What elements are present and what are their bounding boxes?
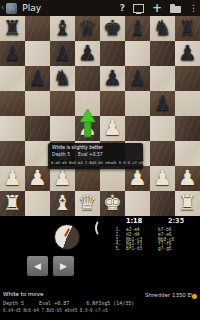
- square-c2[interactable]: ♟: [50, 166, 75, 191]
- black-queen: ♛: [75, 16, 100, 41]
- help-icon[interactable]: ?: [120, 3, 125, 13]
- analysis-popup[interactable]: White is slightly better Depth 5Eval +0.…: [48, 143, 143, 169]
- shredder-app-screen: ‹ ♘ Play ? + ⋮ ♜♝♛♚♝♞♜♟♟♟♟♟♞♟♟♟♟♟♞♝♞♟♟♟♟…: [0, 0, 200, 320]
- engine-depth: Depth 5: [3, 300, 24, 306]
- popup-pv: 6.d4-d5 Nc6-b4 7.Bd3-b5 e6xd5 8.0-0 c7-c…: [51, 160, 144, 165]
- square-b6[interactable]: ♟: [25, 66, 50, 91]
- white-pawn: ♟: [50, 166, 75, 191]
- popup-depth-eval: Depth 5Eval +0.57: [52, 152, 103, 157]
- square-b8[interactable]: [25, 16, 50, 41]
- white-pawn: ♟: [100, 116, 125, 141]
- square-g3[interactable]: [150, 141, 175, 166]
- action-bar: ‹ ♘ Play ? + ⋮: [0, 0, 200, 16]
- square-a7[interactable]: ♟: [0, 41, 25, 66]
- white-pawn: ♟: [150, 166, 175, 191]
- white-pawn: ♟: [0, 166, 25, 191]
- up-caret-icon[interactable]: ‹: [1, 0, 4, 16]
- square-g6[interactable]: [150, 66, 175, 91]
- black-pawn: ♟: [175, 41, 200, 66]
- white-clock: 1:18: [126, 217, 142, 225]
- black-pawn: ♟: [50, 41, 75, 66]
- black-pawn: ♟: [125, 66, 150, 91]
- next-move-button[interactable]: ▶: [53, 256, 74, 276]
- black-pawn: ♟: [150, 91, 175, 116]
- square-h6[interactable]: [175, 66, 200, 91]
- white-pawn: ♟: [75, 116, 100, 141]
- side-to-move-label: White to move: [3, 291, 43, 298]
- black-pawn: ♟: [25, 66, 50, 91]
- move-list: 1.e2-e4b7-b62.d2-d4e7-e63.Nb1-c3Nb8-c64.…: [106, 227, 187, 250]
- square-b7[interactable]: [25, 41, 50, 66]
- square-h8[interactable]: ♜: [175, 16, 200, 41]
- square-g1[interactable]: [150, 191, 175, 216]
- square-a4[interactable]: [0, 116, 25, 141]
- black-bishop: ♝: [125, 16, 150, 41]
- add-icon[interactable]: +: [152, 1, 162, 15]
- move-no: 5.: [106, 246, 121, 251]
- move-white: Bf1-d3: [126, 246, 158, 251]
- square-d6[interactable]: [75, 66, 100, 91]
- square-e7[interactable]: [100, 41, 125, 66]
- overflow-menu-icon[interactable]: ⋮: [189, 3, 198, 13]
- popup-assessment: White is slightly better: [52, 145, 103, 150]
- square-h3[interactable]: [175, 141, 200, 166]
- square-a2[interactable]: ♟: [0, 166, 25, 191]
- square-e5[interactable]: [100, 91, 125, 116]
- page-title: Play: [22, 3, 41, 13]
- square-f7[interactable]: [125, 41, 150, 66]
- popup-depth: Depth 5: [52, 152, 70, 157]
- white-queen: ♛: [75, 191, 100, 216]
- monitor-icon[interactable]: [133, 4, 144, 13]
- black-pawn: ♟: [75, 41, 100, 66]
- square-a6[interactable]: [0, 66, 25, 91]
- square-e1[interactable]: ♚: [100, 191, 125, 216]
- black-pawn: ♟: [100, 66, 125, 91]
- black-knight: ♞: [150, 16, 175, 41]
- black-king: ♚: [100, 16, 125, 41]
- white-pawn: ♟: [25, 166, 50, 191]
- square-g7[interactable]: [150, 41, 175, 66]
- engine-name-label: Shredder 1350 Elo: [145, 292, 196, 299]
- black-clock: 2:35: [168, 217, 184, 225]
- engine-eval: Eval +0.87: [39, 300, 69, 306]
- engine-status-dot: [192, 294, 197, 299]
- action-bar-icons: ? + ⋮: [120, 0, 198, 16]
- black-rook: ♜: [0, 16, 25, 41]
- square-b1[interactable]: [25, 191, 50, 216]
- square-c5[interactable]: [50, 91, 75, 116]
- square-h2[interactable]: ♟: [175, 166, 200, 191]
- square-d8[interactable]: ♛: [75, 16, 100, 41]
- square-c8[interactable]: ♝: [50, 16, 75, 41]
- square-f5[interactable]: [125, 91, 150, 116]
- square-c6[interactable]: ♞: [50, 66, 75, 91]
- square-h7[interactable]: ♟: [175, 41, 200, 66]
- square-g5[interactable]: ♟: [150, 91, 175, 116]
- engine-pv-line: 6.d4-d5 Nc6-b4 7.Bd3-b5 e6xd5 8.0-0 c7-c…: [3, 308, 108, 313]
- square-f2[interactable]: ♟: [125, 166, 150, 191]
- square-f4[interactable]: [125, 116, 150, 141]
- square-b5[interactable]: [25, 91, 50, 116]
- square-d2[interactable]: [75, 166, 100, 191]
- white-king: ♚: [100, 191, 125, 216]
- square-f8[interactable]: ♝: [125, 16, 150, 41]
- square-b4[interactable]: [25, 116, 50, 141]
- square-e2[interactable]: [100, 166, 125, 191]
- white-pawn: ♟: [125, 166, 150, 191]
- square-g8[interactable]: ♞: [150, 16, 175, 41]
- square-e6[interactable]: ♟: [100, 66, 125, 91]
- square-e4[interactable]: ♟: [100, 116, 125, 141]
- chess-board: ♜♝♛♚♝♞♜♟♟♟♟♟♞♟♟♟♟♟♞♝♞♟♟♟♟♟♟♜♝♛♚♜: [0, 16, 200, 216]
- square-a8[interactable]: ♜: [0, 16, 25, 41]
- square-a3[interactable]: [0, 141, 25, 166]
- engine-current-move: 6.Nf3xg5 (14/35): [86, 300, 134, 306]
- analog-clock-icon: [54, 224, 80, 250]
- square-h4[interactable]: [175, 116, 200, 141]
- white-rook: ♜: [0, 191, 25, 216]
- square-d5[interactable]: [75, 91, 100, 116]
- square-f6[interactable]: ♟: [125, 66, 150, 91]
- square-a1[interactable]: ♜: [0, 191, 25, 216]
- move-row[interactable]: 5.Bf1-d3g7-g5: [106, 246, 187, 251]
- black-pawn: ♟: [0, 41, 25, 66]
- square-d7[interactable]: ♟: [75, 41, 100, 66]
- white-pawn: ♟: [175, 166, 200, 191]
- popup-eval: Eval +0.57: [78, 152, 103, 157]
- square-b2[interactable]: ♟: [25, 166, 50, 191]
- previous-move-button[interactable]: ◀: [27, 256, 48, 276]
- square-g4[interactable]: [150, 116, 175, 141]
- clock-hand: [64, 228, 70, 237]
- engine-search-line: Depth 5Eval +0.876.Nf3xg5 (14/35): [3, 300, 134, 306]
- black-bishop: ♝: [50, 16, 75, 41]
- square-f1[interactable]: [125, 191, 150, 216]
- square-c1[interactable]: ♝: [50, 191, 75, 216]
- folder-icon[interactable]: [170, 6, 181, 13]
- square-h1[interactable]: ♜: [175, 191, 200, 216]
- square-d4[interactable]: ♟: [75, 116, 100, 141]
- square-e8[interactable]: ♚: [100, 16, 125, 41]
- black-knight: ♞: [50, 66, 75, 91]
- app-icon[interactable]: ♘: [6, 3, 17, 14]
- black-rook: ♜: [175, 16, 200, 41]
- square-b3[interactable]: [25, 141, 50, 166]
- white-rook: ♜: [175, 191, 200, 216]
- square-h5[interactable]: [175, 91, 200, 116]
- square-a5[interactable]: [0, 91, 25, 116]
- square-d1[interactable]: ♛: [75, 191, 100, 216]
- square-c7[interactable]: ♟: [50, 41, 75, 66]
- square-g2[interactable]: ♟: [150, 166, 175, 191]
- move-black: g7-g5: [158, 246, 187, 251]
- square-c4[interactable]: [50, 116, 75, 141]
- white-bishop: ♝: [50, 191, 75, 216]
